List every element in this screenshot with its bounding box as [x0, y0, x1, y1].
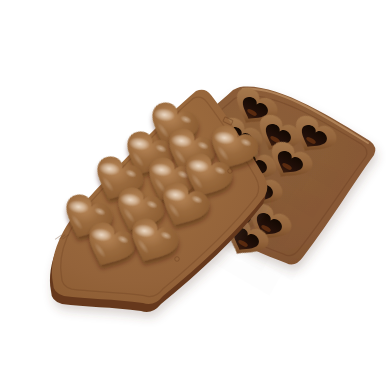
product-photo — [0, 0, 390, 390]
mold-scene — [0, 0, 390, 390]
